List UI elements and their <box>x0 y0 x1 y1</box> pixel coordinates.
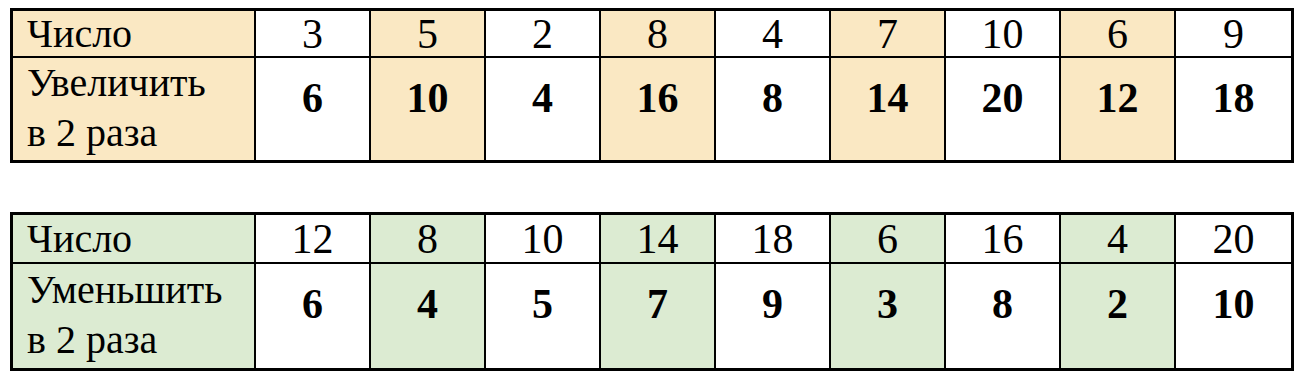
number-cell: 6 <box>831 215 946 264</box>
result-cell: 5 <box>486 264 601 368</box>
operation-label-line1: Уменьшить <box>27 270 222 310</box>
number-cell: 7 <box>831 11 946 58</box>
number-cell: 6 <box>1061 11 1176 58</box>
number-cell: 12 <box>256 215 371 264</box>
operation-label-lines: Увеличитьв 2 раза <box>27 58 206 160</box>
result-cell: 7 <box>601 264 716 368</box>
result-cell: 14 <box>831 58 946 160</box>
number-cell: 18 <box>716 215 831 264</box>
number-cell: 8 <box>371 215 486 264</box>
table-increase-by-2: Число3528471069Увеличитьв 2 раза61041681… <box>10 8 1294 163</box>
result-cell: 18 <box>1176 58 1291 160</box>
result-cell: 8 <box>946 264 1061 368</box>
number-cell: 4 <box>716 11 831 58</box>
table-decrease-by-2: Число128101418616420Уменьшитьв 2 раза645… <box>10 212 1294 371</box>
result-cell: 10 <box>1176 264 1291 368</box>
result-cell: 8 <box>716 58 831 160</box>
result-cell: 2 <box>1061 264 1176 368</box>
number-cell: 10 <box>486 215 601 264</box>
result-cell: 9 <box>716 264 831 368</box>
number-cell: 10 <box>946 11 1061 58</box>
operation-label-line1: Увеличить <box>27 63 206 103</box>
result-cell: 20 <box>946 58 1061 160</box>
number-cell: 2 <box>486 11 601 58</box>
header-label-cell: Число <box>13 215 256 264</box>
result-cell: 10 <box>371 58 486 160</box>
number-cell: 3 <box>256 11 371 58</box>
operation-label-line2: в 2 раза <box>27 320 222 360</box>
number-cell: 5 <box>371 11 486 58</box>
operation-label-cell: Уменьшитьв 2 раза <box>13 264 256 368</box>
number-cell: 9 <box>1176 11 1291 58</box>
operation-label-line2: в 2 раза <box>27 113 206 153</box>
result-cell: 16 <box>601 58 716 160</box>
number-cell: 14 <box>601 215 716 264</box>
number-cell: 4 <box>1061 215 1176 264</box>
number-cell: 8 <box>601 11 716 58</box>
header-label-cell: Число <box>13 11 256 58</box>
result-cell: 6 <box>256 58 371 160</box>
operation-label-cell: Увеличитьв 2 раза <box>13 58 256 160</box>
result-cell: 12 <box>1061 58 1176 160</box>
worksheet: Число3528471069Увеличитьв 2 раза61041681… <box>0 0 1298 378</box>
result-cell: 4 <box>371 264 486 368</box>
result-cell: 3 <box>831 264 946 368</box>
result-cell: 6 <box>256 264 371 368</box>
number-cell: 20 <box>1176 215 1291 264</box>
result-cell: 4 <box>486 58 601 160</box>
operation-label-lines: Уменьшитьв 2 раза <box>27 264 222 368</box>
number-cell: 16 <box>946 215 1061 264</box>
